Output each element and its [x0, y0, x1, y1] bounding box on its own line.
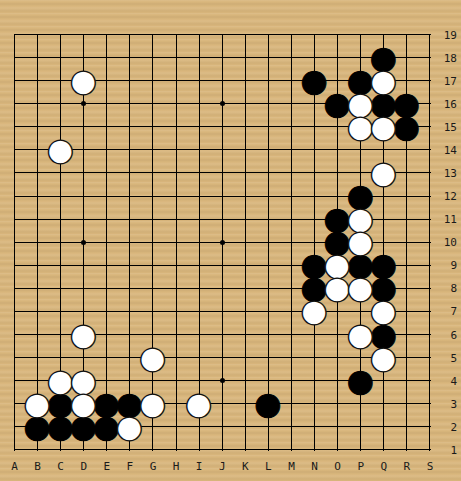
- black-stone: ●: [95, 415, 118, 438]
- column-label: E: [104, 460, 111, 473]
- white-stone: ●: [349, 276, 372, 299]
- column-label: A: [11, 460, 18, 473]
- white-stone: ●: [26, 392, 49, 415]
- column-label: L: [265, 460, 272, 473]
- white-stone: ●: [372, 161, 395, 184]
- row-label: 5: [433, 351, 457, 364]
- white-stone: ●: [372, 346, 395, 369]
- row-label: 9: [433, 259, 457, 272]
- column-label: R: [404, 460, 411, 473]
- row-label: 13: [433, 166, 457, 179]
- column-label: J: [219, 460, 226, 473]
- white-stone: ●: [302, 299, 325, 322]
- black-stone: ●: [49, 415, 72, 438]
- column-label: Q: [380, 460, 387, 473]
- column-label: D: [80, 460, 87, 473]
- column-label: F: [127, 460, 134, 473]
- white-stone: ●: [141, 392, 164, 415]
- white-stone: ●: [49, 369, 72, 392]
- row-label: 14: [433, 143, 457, 156]
- white-stone: ●: [118, 415, 141, 438]
- row-label: 10: [433, 236, 457, 249]
- black-stone: ●: [395, 115, 418, 138]
- black-stone: ●: [256, 392, 279, 415]
- white-stone: ●: [72, 322, 95, 345]
- white-stone: ●: [372, 69, 395, 92]
- row-label: 7: [433, 305, 457, 318]
- column-label: S: [427, 460, 434, 473]
- white-stone: ●: [349, 322, 372, 345]
- column-label: C: [57, 460, 64, 473]
- row-label: 17: [433, 74, 457, 87]
- column-label: O: [334, 460, 341, 473]
- row-label: 19: [433, 28, 457, 41]
- white-stone: ●: [187, 392, 210, 415]
- column-label: K: [242, 460, 249, 473]
- column-label: H: [173, 460, 180, 473]
- column-label: M: [288, 460, 295, 473]
- column-label: P: [357, 460, 364, 473]
- row-label: 15: [433, 120, 457, 133]
- column-label: B: [34, 460, 41, 473]
- row-label: 1: [433, 443, 457, 456]
- row-label: 18: [433, 51, 457, 64]
- row-label: 4: [433, 374, 457, 387]
- column-label: G: [150, 460, 157, 473]
- white-stone: ●: [49, 138, 72, 161]
- black-stone: ●: [349, 369, 372, 392]
- white-stone: ●: [372, 115, 395, 138]
- row-label: 12: [433, 190, 457, 203]
- stones-layer: ●●●●●●●●●●●●●●●●●●●●●●●●●●●●●●●●●●●●●●●●…: [2, 22, 440, 460]
- row-label: 16: [433, 97, 457, 110]
- column-label: I: [196, 460, 203, 473]
- row-label: 3: [433, 397, 457, 410]
- go-diagram: ●●●●●●●●●●●●●●●●●●●●●●●●●●●●●●●●●●●●●●●●…: [0, 0, 461, 481]
- column-label: N: [311, 460, 318, 473]
- black-stone: ●: [302, 69, 325, 92]
- white-stone: ●: [349, 115, 372, 138]
- white-stone: ●: [349, 230, 372, 253]
- white-stone: ●: [141, 346, 164, 369]
- row-label: 8: [433, 282, 457, 295]
- row-label: 6: [433, 328, 457, 341]
- black-stone: ●: [326, 92, 349, 115]
- white-stone: ●: [72, 69, 95, 92]
- white-stone: ●: [326, 276, 349, 299]
- white-stone: ●: [372, 299, 395, 322]
- row-label: 2: [433, 420, 457, 433]
- white-stone: ●: [72, 392, 95, 415]
- row-label: 11: [433, 213, 457, 226]
